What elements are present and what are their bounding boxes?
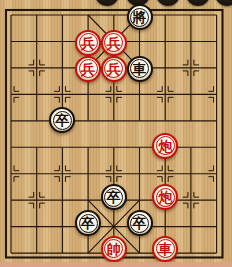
piece-glyph: 卒 (133, 216, 147, 230)
red-general[interactable]: 帥 (101, 236, 127, 262)
piece-glyph: 將 (133, 10, 147, 24)
piece-glyph: 兵 (107, 61, 121, 75)
piece-glyph: 兵 (107, 35, 121, 49)
piece-glyph: 車 (133, 61, 147, 75)
piece-glyph: 卒 (55, 113, 69, 127)
piece-glyph: 車 (158, 241, 172, 255)
piece-glyph: 卒 (81, 216, 95, 230)
table-edge (0, 262, 232, 267)
black-general[interactable]: 將 (127, 4, 153, 30)
piece-glyph: 炮 (158, 190, 172, 204)
black-soldier[interactable]: 卒 (101, 184, 127, 210)
piece-glyph: 兵 (81, 61, 95, 75)
red-cannon[interactable]: 炮 (152, 133, 178, 159)
red-soldier[interactable]: 兵 (75, 30, 101, 56)
red-chariot[interactable]: 車 (152, 236, 178, 262)
black-soldier[interactable]: 卒 (127, 210, 153, 236)
black-soldier[interactable]: 卒 (75, 210, 101, 236)
piece-glyph: 炮 (158, 138, 172, 152)
piece-glyph: 卒 (107, 190, 121, 204)
black-chariot[interactable]: 車 (127, 56, 153, 82)
piece-glyph: 兵 (81, 35, 95, 49)
piece-glyph: 帥 (107, 241, 121, 255)
xiangqi-board: 將兵兵兵兵車卒炮卒炮卒卒帥車 (0, 0, 232, 267)
red-soldier[interactable]: 兵 (75, 56, 101, 82)
red-soldier[interactable]: 兵 (101, 30, 127, 56)
red-soldier[interactable]: 兵 (101, 56, 127, 82)
